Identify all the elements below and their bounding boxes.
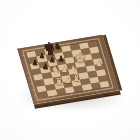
rank-label: 2 [32,89,34,91]
black-pawn: ♟ [32,59,39,66]
file-label: h [105,89,107,91]
product-photo: abcdefgh12345678 ♚♞♛♟♟♟♟♟♚♞♟♟♟♜♟♝ [0,0,140,140]
rank-label: 5 [27,72,29,74]
black-pawn: ♟ [58,55,65,62]
rank-label: 7 [24,61,26,63]
black-pawn: ♟ [39,52,45,59]
file-label: f [88,91,90,93]
rank-label: 8 [22,55,24,57]
rank-label: 6 [26,66,28,68]
file-label: e [79,93,81,95]
rank-label: 3 [31,83,33,85]
file-label: b [52,97,54,99]
file-label: c [61,96,63,98]
white-pawn: ♟ [96,60,103,68]
black-pawn: ♟ [42,63,49,71]
black-pawn: ♟ [49,56,56,63]
white-pawn: ♟ [61,66,68,74]
white-pawn: ♟ [64,77,71,85]
file-label: g [96,90,98,92]
file-label: a [44,99,46,101]
white-rook: ♜ [55,77,64,86]
white-bishop: ♝ [71,72,81,84]
rank-label: 4 [29,78,31,80]
rank-label: 1 [34,95,36,97]
file-label: d [70,94,72,96]
white-knight: ♞ [51,65,60,75]
